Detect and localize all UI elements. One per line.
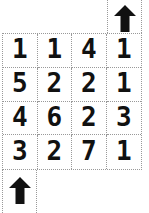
entry-arrow-cell bbox=[2, 170, 37, 213]
grid-cell[interactable]: 1 bbox=[38, 34, 73, 68]
grid-cell[interactable]: 1 bbox=[107, 68, 142, 102]
grid-cell[interactable]: 1 bbox=[107, 135, 142, 169]
grid-cell[interactable]: 5 bbox=[3, 68, 38, 102]
exit-arrow-cell bbox=[107, 0, 142, 33]
puzzle-board: 1 1 4 1 5 2 2 1 4 6 2 3 3 2 7 1 bbox=[0, 0, 149, 213]
grid-cell[interactable]: 2 bbox=[38, 68, 73, 102]
number-grid: 1 1 4 1 5 2 2 1 4 6 2 3 3 2 7 1 bbox=[2, 33, 142, 170]
grid-cell[interactable]: 2 bbox=[38, 135, 73, 169]
grid-cell[interactable]: 3 bbox=[107, 102, 142, 136]
grid-cell[interactable]: 2 bbox=[72, 102, 107, 136]
grid-cell[interactable]: 3 bbox=[3, 135, 38, 169]
grid-cell[interactable]: 4 bbox=[3, 102, 38, 136]
grid-cell[interactable]: 6 bbox=[38, 102, 73, 136]
up-arrow-icon bbox=[9, 177, 31, 204]
grid-cell[interactable]: 2 bbox=[72, 68, 107, 102]
up-arrow-icon bbox=[114, 5, 136, 32]
grid-cell[interactable]: 7 bbox=[72, 135, 107, 169]
grid-cell[interactable]: 1 bbox=[3, 34, 38, 68]
grid-cell[interactable]: 1 bbox=[107, 34, 142, 68]
grid-cell[interactable]: 4 bbox=[72, 34, 107, 68]
